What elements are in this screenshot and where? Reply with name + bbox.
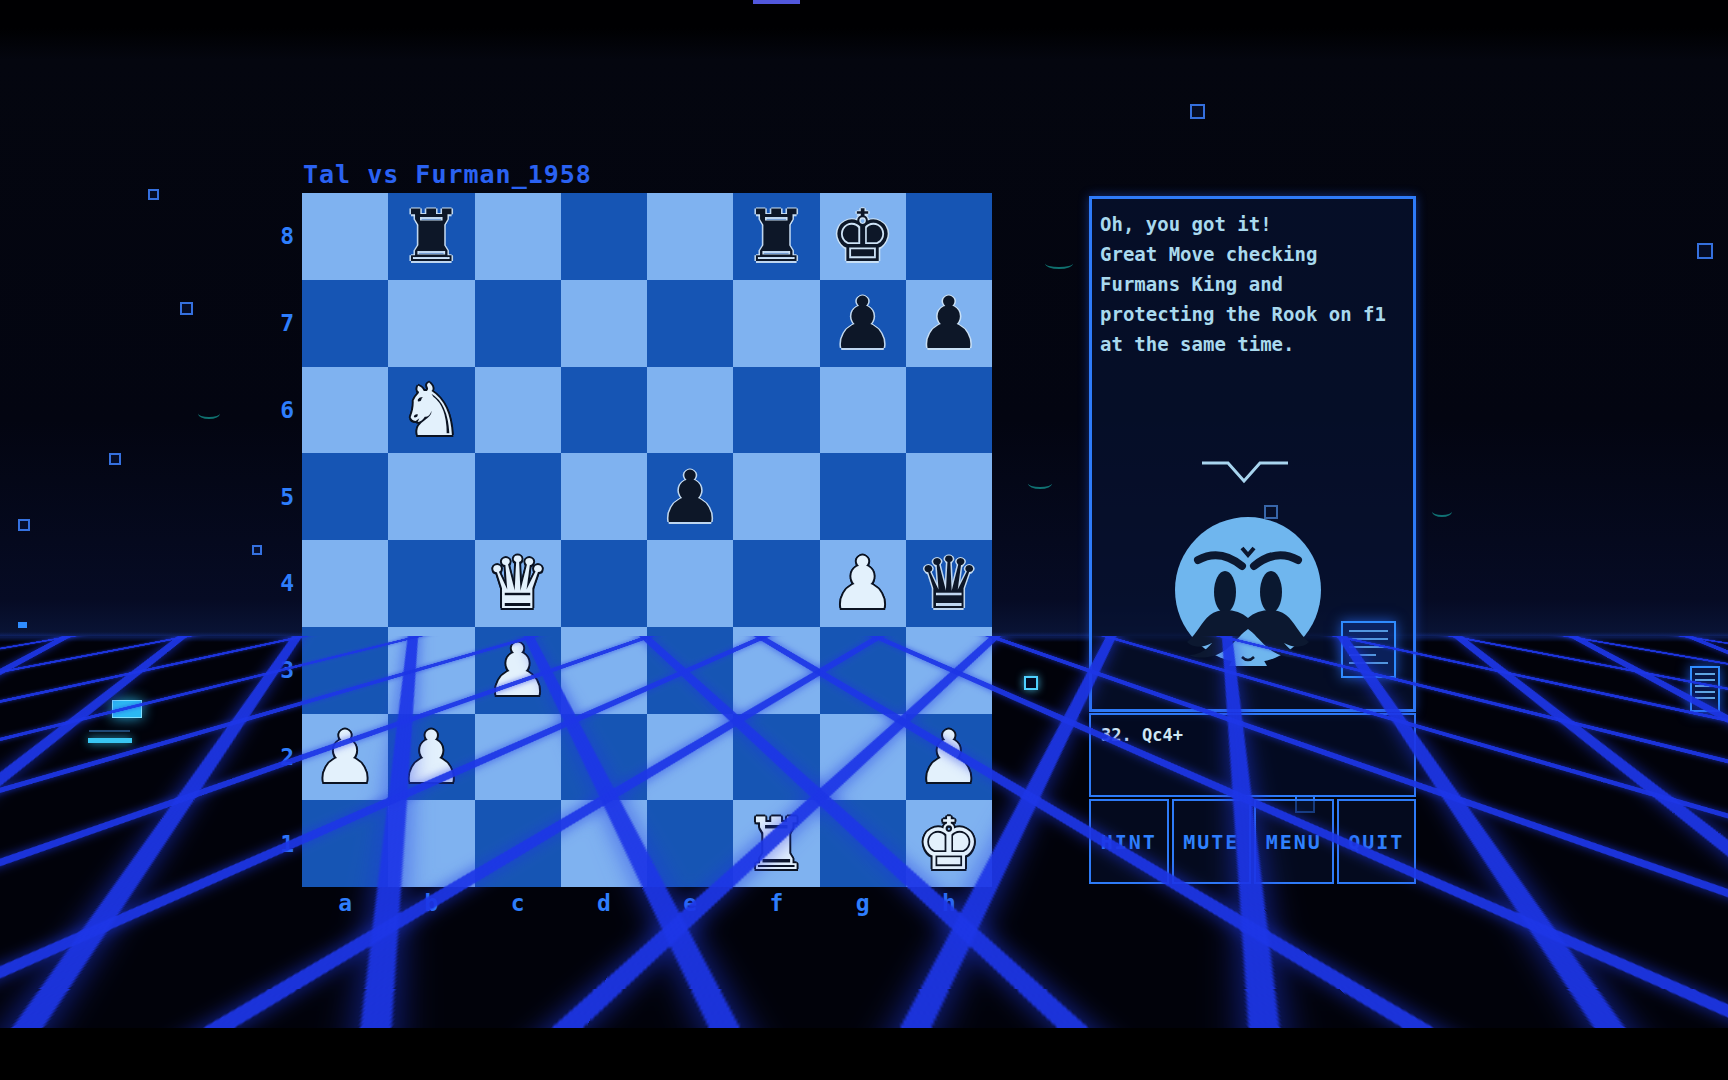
square-d6[interactable]: [561, 367, 647, 454]
black-piece-R-f8[interactable]: ♜: [744, 200, 809, 272]
particle-dash: [89, 730, 130, 732]
action-buttons: HINT MUTE MENU QUIT: [1089, 799, 1416, 884]
square-b6[interactable]: ♞: [388, 367, 474, 454]
file-label-b: b: [388, 890, 474, 920]
coach-face-icon: [1168, 506, 1328, 676]
file-label-g: g: [820, 890, 906, 920]
square-g4[interactable]: ♟: [820, 540, 906, 627]
square-d2[interactable]: [561, 714, 647, 801]
particle-square: [18, 519, 30, 531]
move-history[interactable]: 32. Qc4+: [1089, 713, 1416, 797]
square-f1[interactable]: ♜: [733, 800, 819, 887]
square-g3[interactable]: [820, 627, 906, 714]
particle-square: [1024, 676, 1038, 690]
square-a1[interactable]: [302, 800, 388, 887]
chevron-down-icon: [1200, 455, 1290, 489]
dialogue-line: Great Move checking: [1100, 239, 1405, 269]
square-e7[interactable]: [647, 280, 733, 367]
particle-bright-box: [112, 700, 142, 718]
file-label-e: e: [647, 890, 733, 920]
square-f8[interactable]: ♜: [733, 193, 819, 280]
dialogue-line: protecting the Rook on f1: [1100, 299, 1405, 329]
rank-label-6: 6: [256, 367, 294, 454]
chess-board[interactable]: ♜♜♚♟♟♞♟♛♟♛♟♟♟♟♜♚: [302, 193, 992, 887]
hint-button[interactable]: HINT: [1089, 799, 1169, 884]
square-f2[interactable]: [733, 714, 819, 801]
particle-bright-dash: [88, 738, 132, 743]
square-f5[interactable]: [733, 453, 819, 540]
white-piece-R-f1[interactable]: ♜: [744, 808, 809, 880]
file-label-c: c: [475, 890, 561, 920]
square-c2[interactable]: [475, 714, 561, 801]
game-title: Tal vs Furman_1958: [303, 160, 592, 189]
square-c1[interactable]: [475, 800, 561, 887]
square-c4[interactable]: ♛: [475, 540, 561, 627]
particle-squiggle: [1432, 506, 1452, 517]
last-move-text: 32. Qc4+: [1101, 725, 1183, 745]
square-g8[interactable]: ♚: [820, 193, 906, 280]
square-b2[interactable]: ♟: [388, 714, 474, 801]
square-b3[interactable]: [388, 627, 474, 714]
black-piece-K-g8[interactable]: ♚: [830, 200, 895, 272]
menu-button[interactable]: MENU: [1254, 799, 1334, 884]
particle-squiggle: [1028, 478, 1052, 489]
square-f3[interactable]: [733, 627, 819, 714]
black-piece-P-e5[interactable]: ♟: [658, 461, 723, 533]
square-a6[interactable]: [302, 367, 388, 454]
particle-square: [109, 453, 121, 465]
particle-square: [180, 302, 193, 315]
square-e5[interactable]: ♟: [647, 453, 733, 540]
square-d1[interactable]: [561, 800, 647, 887]
square-c6[interactable]: [475, 367, 561, 454]
rank-label-2: 2: [256, 714, 294, 801]
particle-squiggle: [1045, 258, 1073, 269]
square-g7[interactable]: ♟: [820, 280, 906, 367]
square-d4[interactable]: [561, 540, 647, 627]
square-g2[interactable]: [820, 714, 906, 801]
white-piece-P-h2[interactable]: ♟: [917, 721, 982, 793]
particle-squiggle: [198, 408, 220, 419]
square-e8[interactable]: [647, 193, 733, 280]
file-label-f: f: [733, 890, 819, 920]
square-e1[interactable]: [647, 800, 733, 887]
square-c5[interactable]: [475, 453, 561, 540]
square-e4[interactable]: [647, 540, 733, 627]
square-d7[interactable]: [561, 280, 647, 367]
white-piece-P-a2[interactable]: ♟: [313, 721, 378, 793]
square-d8[interactable]: [561, 193, 647, 280]
game-screen: { "game": "chess", "header": { "title": …: [0, 0, 1728, 1080]
square-h3[interactable]: [906, 627, 992, 714]
square-f4[interactable]: [733, 540, 819, 627]
square-c8[interactable]: [475, 193, 561, 280]
square-b8[interactable]: ♜: [388, 193, 474, 280]
file-labels: abcdefgh: [302, 890, 992, 920]
square-b7[interactable]: [388, 280, 474, 367]
square-h6[interactable]: [906, 367, 992, 454]
particle-square: [148, 189, 159, 200]
square-e6[interactable]: [647, 367, 733, 454]
rank-labels: 87654321: [256, 193, 294, 887]
white-piece-Q-c4[interactable]: ♛: [485, 547, 550, 619]
square-b1[interactable]: [388, 800, 474, 887]
white-piece-P-b2[interactable]: ♟: [399, 721, 464, 793]
document-icon: [1690, 666, 1720, 712]
square-f7[interactable]: [733, 280, 819, 367]
dialogue-line: at the same time.: [1100, 329, 1405, 359]
square-h7[interactable]: ♟: [906, 280, 992, 367]
black-piece-P-g7[interactable]: ♟: [830, 287, 895, 359]
square-a2[interactable]: ♟: [302, 714, 388, 801]
coach-dialogue: Oh, you got it! Great Move checking Furm…: [1092, 199, 1413, 369]
square-a3[interactable]: [302, 627, 388, 714]
square-h8[interactable]: [906, 193, 992, 280]
file-label-h: h: [906, 890, 992, 920]
mute-button[interactable]: MUTE: [1172, 799, 1252, 884]
rank-label-1: 1: [256, 800, 294, 887]
square-a7[interactable]: [302, 280, 388, 367]
rank-label-8: 8: [256, 193, 294, 280]
particle-square: [1264, 505, 1278, 519]
black-piece-R-b8[interactable]: ♜: [399, 200, 464, 272]
square-d5[interactable]: [561, 453, 647, 540]
square-c3[interactable]: ♟: [475, 627, 561, 714]
square-e2[interactable]: [647, 714, 733, 801]
terminal-icon: [1341, 621, 1396, 678]
particle-square: [1190, 104, 1205, 119]
quit-button[interactable]: QUIT: [1337, 799, 1417, 884]
white-piece-N-b6[interactable]: ♞: [399, 374, 464, 446]
square-b5[interactable]: [388, 453, 474, 540]
square-g1[interactable]: [820, 800, 906, 887]
square-b4[interactable]: [388, 540, 474, 627]
rank-label-5: 5: [256, 453, 294, 540]
square-a5[interactable]: [302, 453, 388, 540]
square-e3[interactable]: [647, 627, 733, 714]
dialogue-line: Furmans King and: [1100, 269, 1405, 299]
square-h5[interactable]: [906, 453, 992, 540]
square-h1[interactable]: ♚: [906, 800, 992, 887]
square-c7[interactable]: [475, 280, 561, 367]
square-g6[interactable]: [820, 367, 906, 454]
square-a4[interactable]: [302, 540, 388, 627]
square-h2[interactable]: ♟: [906, 714, 992, 801]
file-label-a: a: [302, 890, 388, 920]
black-piece-P-h7[interactable]: ♟: [917, 287, 982, 359]
particle-dot: [18, 622, 27, 628]
white-piece-P-c3[interactable]: ♟: [485, 634, 550, 706]
dialogue-line: Oh, you got it!: [1100, 209, 1405, 239]
particle-square: [1697, 243, 1713, 259]
white-piece-K-h1[interactable]: ♚: [917, 808, 982, 880]
square-g5[interactable]: [820, 453, 906, 540]
top-ui-sliver: [753, 0, 800, 4]
file-label-d: d: [561, 890, 647, 920]
rank-label-3: 3: [256, 627, 294, 714]
black-piece-Q-h4[interactable]: ♛: [917, 547, 982, 619]
rank-label-4: 4: [256, 540, 294, 627]
square-h4[interactable]: ♛: [906, 540, 992, 627]
rank-label-7: 7: [256, 280, 294, 367]
square-a8[interactable]: [302, 193, 388, 280]
white-piece-P-g4[interactable]: ♟: [830, 547, 895, 619]
square-f6[interactable]: [733, 367, 819, 454]
square-d3[interactable]: [561, 627, 647, 714]
